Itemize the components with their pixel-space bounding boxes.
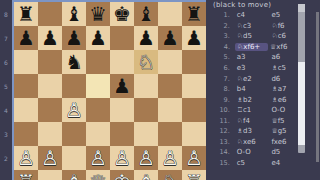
rank-label-1: 1 <box>0 170 12 180</box>
move-10-white[interactable]: ♖c1 <box>235 106 270 114</box>
square-h4[interactable] <box>182 98 206 122</box>
move-row-3: 3.♘d5♘c6 <box>208 31 304 42</box>
move-number: 13. <box>208 138 235 146</box>
black-pawn-b7[interactable]: ♟ <box>38 26 62 50</box>
square-e2[interactable]: ♙ <box>110 146 134 170</box>
window-scrollbar[interactable] <box>316 12 319 162</box>
move-row-14: 14.O-Od5 <box>208 147 304 158</box>
move-number: 6. <box>208 64 235 72</box>
square-c2[interactable] <box>62 146 86 170</box>
square-g5[interactable] <box>158 74 182 98</box>
square-h2[interactable]: ♙ <box>182 146 206 170</box>
square-d5[interactable] <box>86 74 110 98</box>
square-c4[interactable]: ♙ <box>62 98 86 122</box>
move-1-white[interactable]: c4 <box>235 11 270 19</box>
square-e6[interactable] <box>110 50 134 74</box>
square-a5[interactable] <box>14 74 38 98</box>
black-pawn-d7[interactable]: ♟ <box>86 26 110 50</box>
move-row-10: 10.♖c1O-O <box>208 105 304 116</box>
white-bishop-f1[interactable]: ♗ <box>134 170 158 180</box>
square-c7[interactable]: ♟ <box>62 26 86 50</box>
move-2-white[interactable]: ♘c3 <box>235 22 270 30</box>
black-bishop-c8[interactable]: ♝ <box>62 2 86 26</box>
white-rook-h1[interactable]: ♖ <box>182 170 206 180</box>
black-pawn-a7[interactable]: ♟ <box>14 26 38 50</box>
move-row-1: 1.c4e5 <box>208 10 304 21</box>
white-pawn-c4[interactable]: ♙ <box>62 98 86 122</box>
black-bishop-f8[interactable]: ♝ <box>134 2 158 26</box>
square-a8[interactable]: ♜ <box>14 2 38 26</box>
move-list-scrollbar-track[interactable] <box>298 4 305 153</box>
square-f5[interactable] <box>134 74 158 98</box>
rank-label-7: 7 <box>0 26 12 50</box>
move-row-12: 12.♗d3♕g5 <box>208 126 304 137</box>
side-to-move-label: (black to move) <box>213 1 271 9</box>
move-number: 9. <box>208 96 235 104</box>
white-knight-g1[interactable]: ♘ <box>158 170 182 180</box>
white-king-e1[interactable]: ♔ <box>110 170 134 180</box>
square-h8[interactable]: ♜ <box>182 2 206 26</box>
square-h3[interactable] <box>182 122 206 146</box>
move-6-white[interactable]: e3 <box>235 64 270 72</box>
move-row-8: 8.b4♗a7 <box>208 84 304 95</box>
chess-app: 87654321 ♜♝♛♚♝♜♟♟♟♟♟♟♟♞♘♟♙♙♙♙♙♙♙♙♖♗♕♔♗♘♖… <box>0 0 320 180</box>
square-f7[interactable]: ♟ <box>134 26 158 50</box>
square-d4[interactable] <box>86 98 110 122</box>
black-king-e8[interactable]: ♚ <box>110 2 134 26</box>
square-b7[interactable]: ♟ <box>38 26 62 50</box>
square-c5[interactable] <box>62 74 86 98</box>
square-a1[interactable]: ♖ <box>14 170 38 180</box>
square-a4[interactable] <box>14 98 38 122</box>
move-9-white[interactable]: ♗b2 <box>235 96 270 104</box>
black-rook-h8[interactable]: ♜ <box>182 2 206 26</box>
move-5-white[interactable]: a3 <box>235 53 270 61</box>
move-number: 5. <box>208 53 235 61</box>
move-number: 3. <box>208 32 235 40</box>
move-row-7: 7.♘e2d6 <box>208 73 304 84</box>
white-pawn-e2[interactable]: ♙ <box>110 146 134 170</box>
black-pawn-g7[interactable]: ♟ <box>158 26 182 50</box>
black-rook-a8[interactable]: ♜ <box>14 2 38 26</box>
square-b1[interactable] <box>38 170 62 180</box>
black-knight-c6[interactable]: ♞ <box>62 50 86 74</box>
square-f3[interactable] <box>134 122 158 146</box>
square-d7[interactable]: ♟ <box>86 26 110 50</box>
white-queen-d1[interactable]: ♕ <box>86 170 110 180</box>
square-b8[interactable] <box>38 2 62 26</box>
rank-label-3: 3 <box>0 122 12 146</box>
move-row-15: 15.c5e4 <box>208 158 304 169</box>
move-4-white[interactable]: ♘xf6+ <box>235 43 268 51</box>
move-number: 14. <box>208 148 235 156</box>
white-bishop-c1[interactable]: ♗ <box>62 170 86 180</box>
square-h5[interactable] <box>182 74 206 98</box>
black-pawn-c7[interactable]: ♟ <box>62 26 86 50</box>
square-d2[interactable]: ♙ <box>86 146 110 170</box>
rank-label-5: 5 <box>0 74 12 98</box>
square-e7[interactable] <box>110 26 134 50</box>
square-b3[interactable] <box>38 122 62 146</box>
move-12-white[interactable]: ♗d3 <box>235 127 270 135</box>
square-g3[interactable] <box>158 122 182 146</box>
square-b4[interactable] <box>38 98 62 122</box>
square-b2[interactable]: ♙ <box>38 146 62 170</box>
move-7-white[interactable]: ♘e2 <box>235 75 270 83</box>
square-a7[interactable]: ♟ <box>14 26 38 50</box>
move-number: 8. <box>208 85 235 93</box>
white-rook-a1[interactable]: ♖ <box>14 170 38 180</box>
move-row-6: 6.e3♗c5 <box>208 63 304 74</box>
square-e3[interactable] <box>110 122 134 146</box>
square-f2[interactable]: ♙ <box>134 146 158 170</box>
square-e1[interactable]: ♔ <box>110 170 134 180</box>
square-g1[interactable]: ♘ <box>158 170 182 180</box>
square-d3[interactable] <box>86 122 110 146</box>
move-number: 12. <box>208 127 235 135</box>
square-c6[interactable]: ♞ <box>62 50 86 74</box>
white-pawn-a2[interactable]: ♙ <box>14 146 38 170</box>
square-b6[interactable] <box>38 50 62 74</box>
chess-board: ♜♝♛♚♝♜♟♟♟♟♟♟♟♞♘♟♙♙♙♙♙♙♙♙♖♗♕♔♗♘♖ <box>14 0 206 180</box>
move-row-4: 4.♘xf6+♕xf6 <box>208 42 304 53</box>
black-queen-d8[interactable]: ♛ <box>86 2 110 26</box>
rank-coordinates: 87654321 <box>0 2 12 180</box>
move-row-5: 5.a3a6 <box>208 52 304 63</box>
black-pawn-h7[interactable]: ♟ <box>182 26 206 50</box>
move-15-white[interactable]: c5 <box>235 159 270 167</box>
square-g7[interactable]: ♟ <box>158 26 182 50</box>
scrollbar-top-cap[interactable] <box>298 4 305 12</box>
black-pawn-f7[interactable]: ♟ <box>134 26 158 50</box>
move-list-scrollbar-thumb[interactable] <box>298 62 305 145</box>
move-number: 10. <box>208 106 235 114</box>
square-f1[interactable]: ♗ <box>134 170 158 180</box>
move-11-white[interactable]: ♘f4 <box>235 117 270 125</box>
move-row-13: 13.♘xe6fxe6 <box>208 137 304 148</box>
move-3-white[interactable]: ♘d5 <box>235 32 270 40</box>
square-d8[interactable]: ♛ <box>86 2 110 26</box>
rank-label-6: 6 <box>0 50 12 74</box>
white-pawn-h2[interactable]: ♙ <box>182 146 206 170</box>
square-f4[interactable] <box>134 98 158 122</box>
move-8-white[interactable]: b4 <box>235 85 270 93</box>
white-pawn-b2[interactable]: ♙ <box>38 146 62 170</box>
move-row-9: 9.♗b2♗e6 <box>208 94 304 105</box>
square-g8[interactable] <box>158 2 182 26</box>
move-row-2: 2.♘c3♘f6 <box>208 21 304 32</box>
white-pawn-g2[interactable]: ♙ <box>158 146 182 170</box>
square-g6[interactable] <box>158 50 182 74</box>
rank-label-8: 8 <box>0 2 12 26</box>
square-c1[interactable]: ♗ <box>62 170 86 180</box>
move-number: 11. <box>208 117 235 125</box>
square-f8[interactable]: ♝ <box>134 2 158 26</box>
move-number: 4. <box>208 43 235 51</box>
square-g4[interactable] <box>158 98 182 122</box>
white-pawn-d2[interactable]: ♙ <box>86 146 110 170</box>
move-row-11: 11.♘f4♕f5 <box>208 115 304 126</box>
square-e5[interactable]: ♟ <box>110 74 134 98</box>
square-c8[interactable]: ♝ <box>62 2 86 26</box>
square-h6[interactable] <box>182 50 206 74</box>
white-pawn-f2[interactable]: ♙ <box>134 146 158 170</box>
square-h7[interactable]: ♟ <box>182 26 206 50</box>
square-a2[interactable]: ♙ <box>14 146 38 170</box>
move-number: 7. <box>208 75 235 83</box>
square-f6[interactable]: ♘ <box>134 50 158 74</box>
square-c3[interactable] <box>62 122 86 146</box>
move-list-panel: (black to move) 1.c4e52.♘c3♘f63.♘d5♘c64.… <box>208 0 320 180</box>
move-number: 15. <box>208 159 235 167</box>
square-d6[interactable] <box>86 50 110 74</box>
black-pawn-e5[interactable]: ♟ <box>110 74 134 98</box>
square-e8[interactable]: ♚ <box>110 2 134 26</box>
move-list: 1.c4e52.♘c3♘f63.♘d5♘c64.♘xf6+♕xf65.a3a66… <box>208 10 304 168</box>
rank-label-4: 4 <box>0 98 12 122</box>
square-g2[interactable]: ♙ <box>158 146 182 170</box>
square-a3[interactable] <box>14 122 38 146</box>
square-b5[interactable] <box>38 74 62 98</box>
white-knight-f6[interactable]: ♘ <box>134 50 158 74</box>
rank-label-2: 2 <box>0 146 12 170</box>
move-13-white[interactable]: ♘xe6 <box>235 138 270 146</box>
move-number: 2. <box>208 22 235 30</box>
move-15-black[interactable]: e4 <box>269 159 304 167</box>
square-a6[interactable] <box>14 50 38 74</box>
square-h1[interactable]: ♖ <box>182 170 206 180</box>
move-number: 1. <box>208 11 235 19</box>
move-14-white[interactable]: O-O <box>235 148 270 156</box>
square-e4[interactable] <box>110 98 134 122</box>
square-d1[interactable]: ♕ <box>86 170 110 180</box>
